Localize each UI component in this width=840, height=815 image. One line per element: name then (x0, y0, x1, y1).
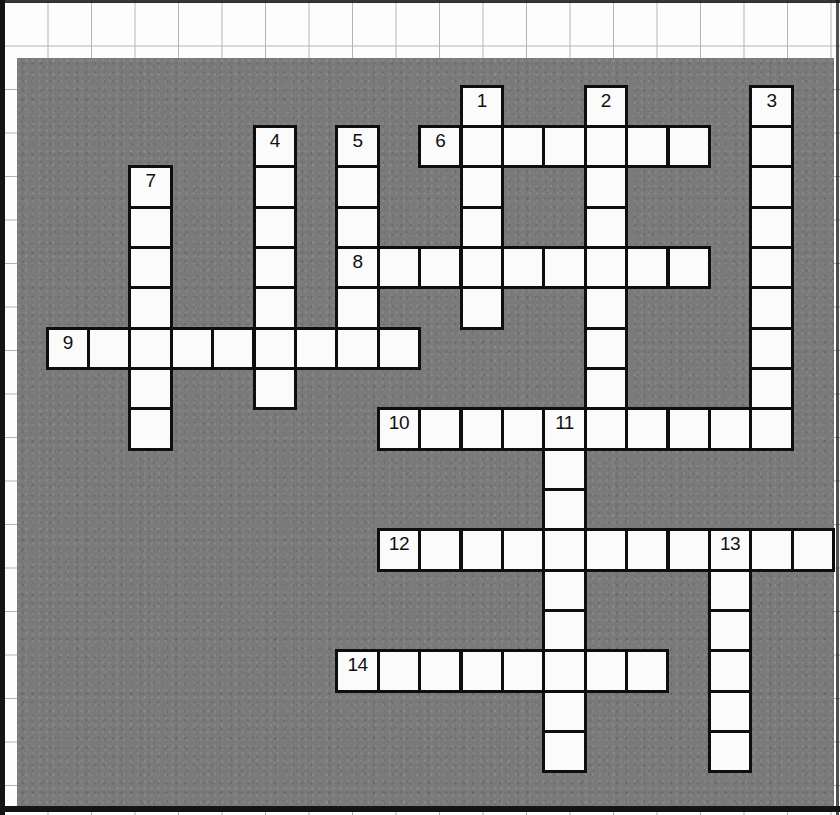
cell-r11-c8[interactable]: 12 (377, 528, 421, 571)
cell-r6-c17[interactable] (749, 327, 793, 370)
cell-r1-c12[interactable] (542, 125, 586, 168)
cell-r4-c8[interactable] (377, 246, 421, 289)
cell-r11-c15[interactable] (667, 528, 711, 571)
clue-number-12: 12 (380, 531, 418, 554)
page-border-top (0, 0, 840, 3)
cell-r7-c2[interactable] (128, 367, 172, 410)
cell-r1-c15[interactable] (667, 125, 711, 168)
cell-r13-c12[interactable] (542, 609, 586, 652)
cell-r14-c16[interactable] (708, 649, 752, 692)
cell-r4-c2[interactable] (128, 246, 172, 289)
clue-number-2: 2 (587, 88, 625, 111)
cell-r3-c5[interactable] (253, 206, 297, 249)
cell-r1-c7[interactable]: 5 (335, 125, 379, 168)
cell-r6-c1[interactable] (87, 327, 131, 370)
cell-r4-c11[interactable] (501, 246, 545, 289)
page-border-bottom (0, 806, 840, 812)
cell-r1-c17[interactable] (749, 125, 793, 168)
cell-r3-c7[interactable] (335, 206, 379, 249)
cell-r1-c11[interactable] (501, 125, 545, 168)
cell-r14-c8[interactable] (377, 649, 421, 692)
cell-r0-c13[interactable]: 2 (584, 85, 628, 128)
cell-r8-c12[interactable]: 11 (542, 407, 586, 450)
cell-r6-c13[interactable] (584, 327, 628, 370)
clue-number-13: 13 (711, 531, 749, 554)
cell-r14-c9[interactable] (418, 649, 462, 692)
cell-r2-c13[interactable] (584, 165, 628, 208)
cell-r8-c8[interactable]: 10 (377, 407, 421, 450)
cell-r15-c12[interactable] (542, 690, 586, 733)
cell-r8-c17[interactable] (749, 407, 793, 450)
cell-r4-c17[interactable] (749, 246, 793, 289)
clue-number-7: 7 (131, 168, 169, 191)
cell-r4-c13[interactable] (584, 246, 628, 289)
cell-r8-c14[interactable] (625, 407, 669, 450)
cell-r8-c16[interactable] (708, 407, 752, 450)
cell-r5-c17[interactable] (749, 286, 793, 329)
cell-r4-c5[interactable] (253, 246, 297, 289)
cell-r11-c9[interactable] (418, 528, 462, 571)
cell-r0-c10[interactable]: 1 (460, 85, 504, 128)
cell-r4-c15[interactable] (667, 246, 711, 289)
clue-number-4: 4 (256, 128, 294, 151)
cell-r2-c7[interactable] (335, 165, 379, 208)
cell-r5-c2[interactable] (128, 286, 172, 329)
cell-r8-c15[interactable] (667, 407, 711, 450)
cell-r3-c10[interactable] (460, 206, 504, 249)
cell-r3-c2[interactable] (128, 206, 172, 249)
cell-r4-c12[interactable] (542, 246, 586, 289)
cell-r0-c17[interactable]: 3 (749, 85, 793, 128)
clue-number-11: 11 (545, 410, 583, 433)
cell-r4-c9[interactable] (418, 246, 462, 289)
cell-r9-c12[interactable] (542, 448, 586, 491)
cell-r15-c16[interactable] (708, 690, 752, 733)
cell-r8-c13[interactable] (584, 407, 628, 450)
cell-r11-c18[interactable] (791, 528, 835, 571)
cell-r11-c17[interactable] (749, 528, 793, 571)
cell-r11-c16[interactable]: 13 (708, 528, 752, 571)
crossword-board: 1234567891011121314 (17, 58, 834, 806)
cell-r12-c12[interactable] (542, 569, 586, 612)
cell-r2-c17[interactable] (749, 165, 793, 208)
cell-r11-c12[interactable] (542, 528, 586, 571)
graph-paper-sheet: 1234567891011121314 (0, 0, 840, 815)
cell-r2-c5[interactable] (253, 165, 297, 208)
cell-r6-c2[interactable] (128, 327, 172, 370)
cell-r4-c10[interactable] (460, 246, 504, 289)
page-border-left (0, 0, 5, 815)
clue-number-8: 8 (338, 249, 376, 272)
cell-r7-c13[interactable] (584, 367, 628, 410)
clue-number-1: 1 (463, 88, 501, 111)
cell-r14-c13[interactable] (584, 649, 628, 692)
clue-number-6: 6 (421, 128, 459, 151)
cell-r6-c8[interactable] (377, 327, 421, 370)
cell-r6-c4[interactable] (211, 327, 255, 370)
cell-r8-c11[interactable] (501, 407, 545, 450)
cell-r6-c5[interactable] (253, 327, 297, 370)
cell-r14-c14[interactable] (625, 649, 669, 692)
cell-r14-c10[interactable] (460, 649, 504, 692)
clue-number-10: 10 (380, 410, 418, 433)
cell-r7-c5[interactable] (253, 367, 297, 410)
cell-r14-c7[interactable]: 14 (335, 649, 379, 692)
cell-r1-c13[interactable] (584, 125, 628, 168)
cell-r1-c10[interactable] (460, 125, 504, 168)
clue-number-5: 5 (338, 128, 376, 151)
cell-r11-c13[interactable] (584, 528, 628, 571)
cell-r5-c10[interactable] (460, 286, 504, 329)
cell-r6-c3[interactable] (170, 327, 214, 370)
cell-r1-c14[interactable] (625, 125, 669, 168)
cell-r6-c7[interactable] (335, 327, 379, 370)
cell-r14-c12[interactable] (542, 649, 586, 692)
cell-r10-c12[interactable] (542, 488, 586, 531)
cell-r8-c10[interactable] (460, 407, 504, 450)
cell-r3-c13[interactable] (584, 206, 628, 249)
cell-r6-c0[interactable]: 9 (46, 327, 90, 370)
cell-r1-c9[interactable]: 6 (418, 125, 462, 168)
cell-r4-c14[interactable] (625, 246, 669, 289)
cell-r8-c2[interactable] (128, 407, 172, 450)
cell-r1-c5[interactable]: 4 (253, 125, 297, 168)
cell-r8-c9[interactable] (418, 407, 462, 450)
cell-r14-c11[interactable] (501, 649, 545, 692)
clue-number-9: 9 (49, 330, 87, 353)
cell-r16-c16[interactable] (708, 730, 752, 773)
cell-r3-c17[interactable] (749, 206, 793, 249)
clue-number-14: 14 (338, 652, 376, 675)
cell-r5-c7[interactable] (335, 286, 379, 329)
cell-r13-c16[interactable] (708, 609, 752, 652)
clue-number-3: 3 (752, 88, 790, 111)
cell-r2-c2[interactable]: 7 (128, 165, 172, 208)
cell-r5-c5[interactable] (253, 286, 297, 329)
cell-r2-c10[interactable] (460, 165, 504, 208)
cell-r11-c10[interactable] (460, 528, 504, 571)
cell-r16-c12[interactable] (542, 730, 586, 773)
cell-r11-c11[interactable] (501, 528, 545, 571)
cell-r5-c13[interactable] (584, 286, 628, 329)
cell-r11-c14[interactable] (625, 528, 669, 571)
cell-r6-c6[interactable] (294, 327, 338, 370)
cell-r4-c7[interactable]: 8 (335, 246, 379, 289)
page-border-right (836, 0, 839, 815)
cell-r12-c16[interactable] (708, 569, 752, 612)
cell-r7-c17[interactable] (749, 367, 793, 410)
